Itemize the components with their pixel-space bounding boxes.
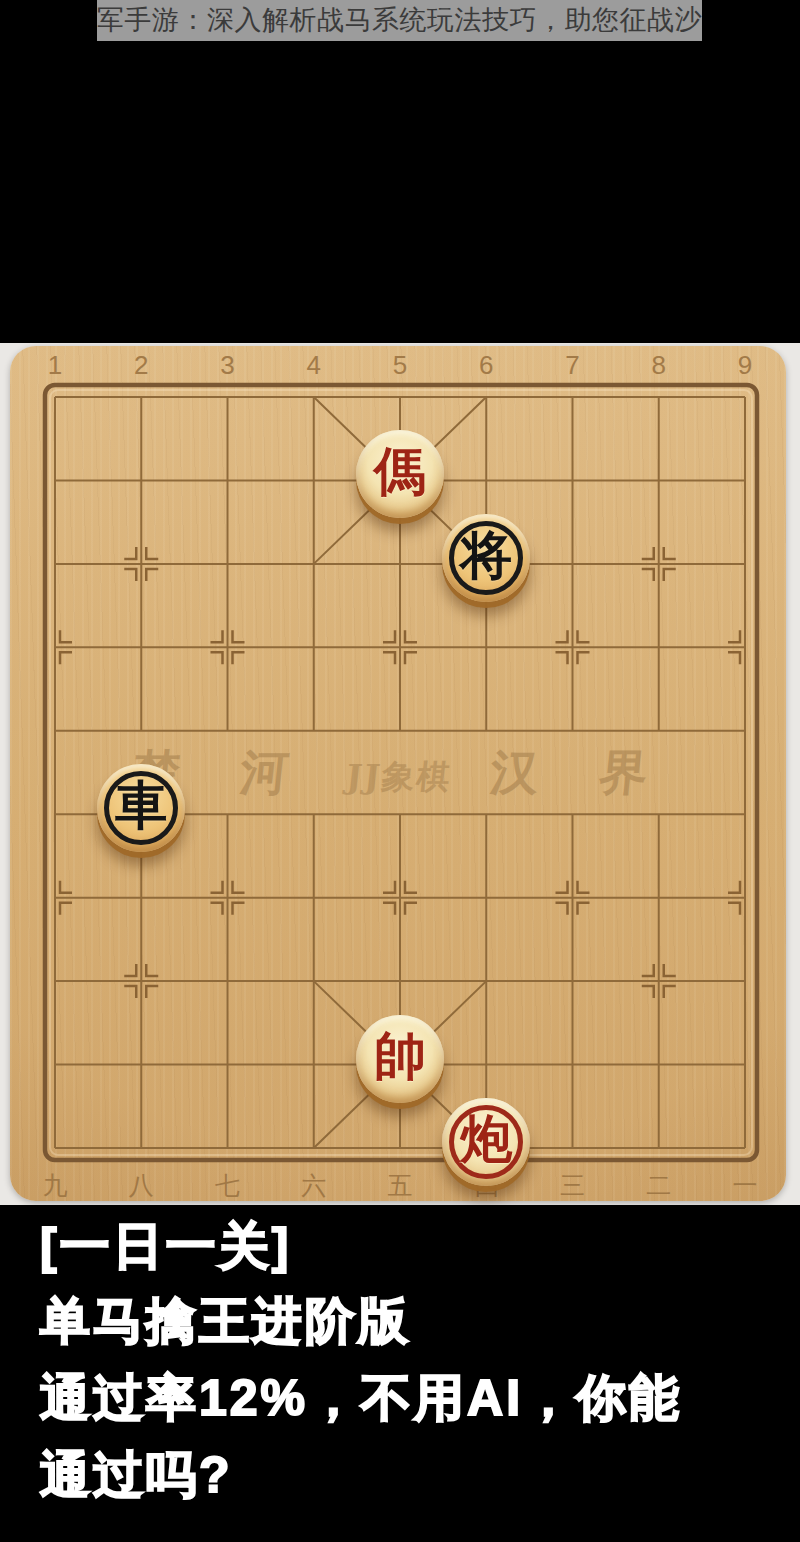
caption-line: 通过率12%，不用AI，你能 bbox=[40, 1365, 682, 1432]
file-label-bottom: 五 bbox=[380, 1169, 420, 1202]
caption-line: 通过吗? bbox=[40, 1442, 233, 1509]
file-label-bottom: 七 bbox=[208, 1169, 248, 1202]
file-label-top: 5 bbox=[380, 352, 420, 378]
file-label-top: 9 bbox=[725, 352, 765, 378]
river-label-han: 汉 界 bbox=[487, 741, 672, 805]
piece-black-general[interactable]: 将 bbox=[442, 514, 530, 602]
file-label-top: 6 bbox=[466, 352, 506, 378]
caption-line: 单马擒王进阶版 bbox=[40, 1288, 411, 1355]
page: 军手游：深入解析战马系统玩法技巧，助您征战沙场胜 1 2 3 4 5 6 7 8… bbox=[0, 0, 800, 1542]
file-label-top: 7 bbox=[553, 352, 593, 378]
file-label-bottom: 一 bbox=[725, 1169, 765, 1202]
caption-block: [一日一关] 单马擒王进阶版 通过率12%，不用AI，你能 通过吗? bbox=[0, 1205, 800, 1542]
file-label-top: 8 bbox=[639, 352, 679, 378]
caption-line: [一日一关] bbox=[40, 1213, 291, 1280]
file-label-bottom: 二 bbox=[639, 1169, 679, 1202]
file-label-bottom: 六 bbox=[294, 1169, 334, 1202]
file-label-bottom: 三 bbox=[553, 1169, 593, 1202]
piece-glyph: 炮 bbox=[442, 1098, 530, 1186]
file-label-bottom: 九 bbox=[35, 1169, 75, 1202]
file-label-top: 4 bbox=[294, 352, 334, 378]
piece-glyph: 傌 bbox=[356, 430, 444, 518]
piece-black-chariot[interactable]: 車 bbox=[97, 764, 185, 852]
video-title: 军手游：深入解析战马系统玩法技巧，助您征战沙场胜 bbox=[97, 0, 702, 41]
piece-red-general[interactable]: 帥 bbox=[356, 1015, 444, 1103]
piece-glyph: 将 bbox=[442, 514, 530, 602]
file-label-top: 2 bbox=[121, 352, 161, 378]
piece-glyph: 車 bbox=[97, 764, 185, 852]
piece-glyph: 帥 bbox=[356, 1015, 444, 1103]
file-label-top: 1 bbox=[35, 352, 75, 378]
river-app-logo: JJ象棋 bbox=[344, 755, 454, 800]
title-bar: 军手游：深入解析战马系统玩法技巧，助您征战沙场胜 bbox=[97, 0, 702, 41]
piece-red-horse[interactable]: 傌 bbox=[356, 430, 444, 518]
game-screenshot: 1 2 3 4 5 6 7 8 9 九 八 七 六 五 四 三 二 一 楚 河 … bbox=[0, 343, 800, 1205]
file-label-top: 3 bbox=[208, 352, 248, 378]
file-label-bottom: 八 bbox=[121, 1169, 161, 1202]
piece-red-cannon[interactable]: 炮 bbox=[442, 1098, 530, 1186]
